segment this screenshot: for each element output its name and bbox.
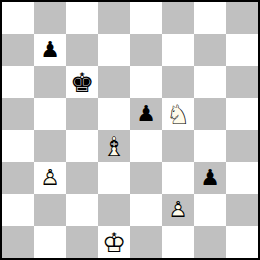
square-c6[interactable]: ♚ <box>66 66 98 98</box>
square-b6[interactable] <box>34 66 66 98</box>
square-b7[interactable]: ♟ <box>34 34 66 66</box>
square-d2[interactable] <box>98 194 130 226</box>
square-a6[interactable] <box>2 66 34 98</box>
white-king[interactable]: ♚♔ <box>98 226 130 258</box>
square-d3[interactable] <box>98 162 130 194</box>
square-d4[interactable]: ♝♗ <box>98 130 130 162</box>
square-d6[interactable] <box>98 66 130 98</box>
square-b1[interactable] <box>34 226 66 258</box>
square-d5[interactable] <box>98 98 130 130</box>
white-knight[interactable]: ♞♘ <box>162 98 194 130</box>
black-pawn[interactable]: ♟ <box>130 98 162 130</box>
square-d7[interactable] <box>98 34 130 66</box>
square-g5[interactable] <box>194 98 226 130</box>
square-b4[interactable] <box>34 130 66 162</box>
square-c2[interactable] <box>66 194 98 226</box>
white-pawn-outline: ♙ <box>34 162 66 194</box>
square-e6[interactable] <box>130 66 162 98</box>
square-e3[interactable] <box>130 162 162 194</box>
white-king-outline: ♔ <box>98 226 130 258</box>
square-h5[interactable] <box>226 98 258 130</box>
square-h6[interactable] <box>226 66 258 98</box>
white-pawn[interactable]: ♟♙ <box>34 162 66 194</box>
square-a4[interactable] <box>2 130 34 162</box>
black-pawn[interactable]: ♟ <box>194 162 226 194</box>
square-f2[interactable]: ♟♙ <box>162 194 194 226</box>
square-e5[interactable]: ♟ <box>130 98 162 130</box>
square-g8[interactable] <box>194 2 226 34</box>
square-f3[interactable] <box>162 162 194 194</box>
square-a2[interactable] <box>2 194 34 226</box>
chess-diagram: ♟♚♟♞♘♝♗♟♙♟♟♙♚♔ <box>0 0 260 260</box>
square-b5[interactable] <box>34 98 66 130</box>
square-h3[interactable] <box>226 162 258 194</box>
square-a3[interactable] <box>2 162 34 194</box>
square-h1[interactable] <box>226 226 258 258</box>
square-g4[interactable] <box>194 130 226 162</box>
square-f4[interactable] <box>162 130 194 162</box>
white-pawn[interactable]: ♟♙ <box>162 194 194 226</box>
white-pawn-outline: ♙ <box>162 194 194 226</box>
square-d1[interactable]: ♚♔ <box>98 226 130 258</box>
square-c7[interactable] <box>66 34 98 66</box>
square-e1[interactable] <box>130 226 162 258</box>
square-g6[interactable] <box>194 66 226 98</box>
chess-board: ♟♚♟♞♘♝♗♟♙♟♟♙♚♔ <box>2 2 258 258</box>
square-g7[interactable] <box>194 34 226 66</box>
square-h4[interactable] <box>226 130 258 162</box>
white-bishop-outline: ♗ <box>98 130 130 162</box>
square-b8[interactable] <box>34 2 66 34</box>
square-e2[interactable] <box>130 194 162 226</box>
square-e4[interactable] <box>130 130 162 162</box>
square-g3[interactable]: ♟ <box>194 162 226 194</box>
square-c8[interactable] <box>66 2 98 34</box>
square-a1[interactable] <box>2 226 34 258</box>
black-king[interactable]: ♚ <box>66 66 98 98</box>
square-d8[interactable] <box>98 2 130 34</box>
square-c4[interactable] <box>66 130 98 162</box>
square-c3[interactable] <box>66 162 98 194</box>
square-h2[interactable] <box>226 194 258 226</box>
square-h7[interactable] <box>226 34 258 66</box>
square-a5[interactable] <box>2 98 34 130</box>
square-g1[interactable] <box>194 226 226 258</box>
square-f7[interactable] <box>162 34 194 66</box>
square-h8[interactable] <box>226 2 258 34</box>
square-c5[interactable] <box>66 98 98 130</box>
square-f8[interactable] <box>162 2 194 34</box>
square-e8[interactable] <box>130 2 162 34</box>
white-knight-outline: ♘ <box>162 98 194 130</box>
square-f6[interactable] <box>162 66 194 98</box>
square-g2[interactable] <box>194 194 226 226</box>
square-a8[interactable] <box>2 2 34 34</box>
white-bishop[interactable]: ♝♗ <box>98 130 130 162</box>
black-pawn[interactable]: ♟ <box>34 34 66 66</box>
square-b2[interactable] <box>34 194 66 226</box>
square-f5[interactable]: ♞♘ <box>162 98 194 130</box>
square-f1[interactable] <box>162 226 194 258</box>
square-e7[interactable] <box>130 34 162 66</box>
square-c1[interactable] <box>66 226 98 258</box>
square-b3[interactable]: ♟♙ <box>34 162 66 194</box>
square-a7[interactable] <box>2 34 34 66</box>
